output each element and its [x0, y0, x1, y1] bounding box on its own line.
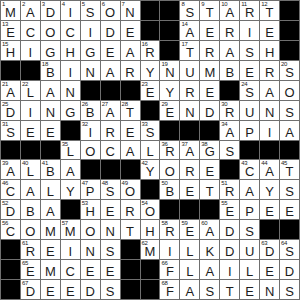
cell-letter: C [26, 26, 35, 39]
black-cell [121, 240, 140, 259]
cell-letter: A [46, 86, 55, 99]
grid-cell[interactable]: N [81, 61, 100, 80]
grid-cell[interactable]: N [81, 240, 100, 259]
grid-cell[interactable]: C [101, 141, 120, 160]
cell-letter: Y [265, 185, 274, 198]
cell-letter: E [245, 66, 254, 79]
clue-number: 21 [2, 81, 8, 88]
cell-letter: L [47, 185, 54, 198]
grid-cell[interactable]: R [121, 200, 140, 219]
cell-letter: Y [146, 66, 155, 79]
grid-cell[interactable]: 55E [220, 200, 239, 219]
cell-letter: E [245, 285, 254, 298]
grid-cell[interactable]: 43C [240, 160, 259, 179]
grid-cell[interactable]: O [21, 220, 40, 239]
grid-cell[interactable]: E [240, 280, 259, 299]
grid-cell[interactable]: T [220, 280, 239, 299]
grid-cell[interactable]: T [121, 220, 140, 239]
grid-cell[interactable]: 30R [220, 101, 239, 120]
cell-letter: O [25, 225, 35, 238]
clue-number: 32 [82, 121, 88, 128]
cell-letter: I [248, 26, 252, 39]
grid-cell[interactable]: S [280, 180, 299, 199]
grid-cell[interactable]: H [260, 41, 279, 60]
grid-cell[interactable]: R [180, 81, 199, 100]
grid-cell[interactable]: Y [61, 180, 80, 199]
cell-letter: R [125, 205, 134, 218]
grid-cell[interactable]: 33S [141, 121, 160, 140]
grid-cell[interactable]: A [121, 41, 140, 60]
grid-cell[interactable]: N [180, 101, 199, 120]
grid-cell[interactable]: 26B [81, 101, 100, 120]
cell-letter: E [46, 126, 55, 139]
cell-letter: A [245, 185, 254, 198]
black-cell [220, 160, 239, 179]
grid-cell[interactable]: 23E [141, 81, 160, 100]
black-cell [1, 61, 20, 80]
grid-cell[interactable]: 48S [101, 180, 120, 199]
grid-cell[interactable]: 63D [260, 240, 279, 259]
clue-number: 27 [102, 101, 108, 108]
cell-letter: G [65, 106, 75, 119]
grid-cell[interactable]: 34A [220, 121, 239, 140]
grid-cell[interactable]: U [180, 61, 199, 80]
grid-cell[interactable]: 67D [21, 280, 40, 299]
grid-cell[interactable]: D [101, 21, 120, 40]
grid-cell[interactable]: E [200, 160, 219, 179]
cell-letter: T [226, 285, 234, 298]
clue-number: 6 [102, 1, 105, 8]
cell-letter: R [105, 126, 114, 139]
grid-cell[interactable]: E [260, 21, 279, 40]
cell-letter: A [66, 165, 75, 178]
grid-cell[interactable]: 50B [160, 180, 179, 199]
cell-letter: G [85, 46, 95, 59]
cell-letter: C [66, 265, 75, 278]
grid-cell[interactable]: 35L [61, 141, 80, 160]
grid-cell[interactable]: 38G [200, 141, 219, 160]
grid-cell[interactable]: R [121, 61, 140, 80]
grid-cell[interactable]: E [101, 260, 120, 279]
clue-number: 4 [62, 1, 65, 8]
grid-cell[interactable]: L [41, 180, 60, 199]
grid-cell[interactable]: I [240, 21, 259, 40]
grid-cell[interactable]: 56C [1, 220, 20, 239]
grid-cell[interactable]: E [260, 260, 279, 279]
grid-cell[interactable]: G [81, 41, 100, 60]
grid-cell[interactable]: 1M [1, 1, 20, 20]
grid-cell[interactable]: G [41, 41, 60, 60]
cell-letter: D [225, 225, 234, 238]
grid-cell[interactable]: N [260, 280, 279, 299]
grid-cell[interactable]: K [200, 240, 219, 259]
cell-letter: A [26, 185, 35, 198]
clue-number: 66 [161, 260, 167, 267]
cell-letter: D [285, 265, 294, 278]
cell-letter: E [86, 265, 95, 278]
grid-cell[interactable]: S [240, 41, 259, 60]
grid-cell[interactable]: E [41, 240, 60, 259]
black-cell [141, 280, 160, 299]
grid-cell[interactable]: B [21, 200, 40, 219]
cell-letter: R [265, 66, 274, 79]
cell-letter: S [225, 145, 234, 158]
clue-number: 26 [82, 101, 88, 108]
grid-cell[interactable]: M [200, 61, 219, 80]
grid-cell[interactable]: 9T [200, 1, 219, 20]
cell-letter: H [66, 46, 75, 59]
grid-cell[interactable]: U [240, 240, 259, 259]
clue-number: 50 [161, 180, 167, 187]
black-cell [160, 200, 179, 219]
grid-cell[interactable]: N [260, 101, 279, 120]
grid-cell[interactable]: I [260, 121, 279, 140]
grid-cell[interactable]: E [101, 41, 120, 60]
grid-cell[interactable]: S [240, 220, 259, 239]
grid-cell[interactable]: 5S [81, 1, 100, 20]
black-cell [61, 121, 80, 140]
clue-number: 42 [142, 160, 148, 167]
grid-cell[interactable]: I [21, 41, 40, 60]
cell-letter: M [45, 265, 56, 278]
black-cell [121, 280, 140, 299]
clue-number: 41 [42, 160, 48, 167]
grid-cell[interactable]: E [41, 280, 60, 299]
grid-cell[interactable]: 51R [220, 180, 239, 199]
cell-letter: E [66, 285, 75, 298]
grid-cell[interactable]: E [200, 21, 219, 40]
cell-letter: T [206, 6, 214, 19]
clue-number: 61 [22, 240, 28, 247]
grid-cell[interactable]: E [180, 180, 199, 199]
black-cell [260, 141, 279, 160]
grid-cell[interactable]: E [240, 61, 259, 80]
grid-cell[interactable]: A [41, 81, 60, 100]
grid-cell[interactable]: 52D [1, 200, 20, 219]
grid-cell[interactable]: I [81, 21, 100, 40]
grid-cell[interactable]: 42Y [141, 160, 160, 179]
cell-letter: D [225, 245, 234, 258]
cell-letter: T [126, 225, 134, 238]
grid-cell[interactable]: S [200, 280, 219, 299]
grid-cell[interactable]: A [180, 280, 199, 299]
grid-cell[interactable]: 62M [141, 240, 160, 259]
grid-cell[interactable]: 12T [260, 1, 279, 20]
cell-letter: D [85, 285, 94, 298]
grid-cell[interactable]: D [200, 101, 219, 120]
black-cell [21, 141, 40, 160]
grid-cell[interactable]: E [101, 200, 120, 219]
grid-cell[interactable]: M [41, 220, 60, 239]
black-cell [260, 220, 279, 239]
clue-number: 59 [181, 220, 187, 227]
grid-cell[interactable]: S [280, 101, 299, 120]
grid-cell[interactable]: 57M [61, 220, 80, 239]
grid-cell[interactable]: A [220, 41, 239, 60]
grid-cell[interactable]: A [121, 141, 140, 160]
grid-cell[interactable]: 54O [141, 200, 160, 219]
grid-cell[interactable]: C [61, 21, 80, 40]
grid-cell[interactable]: 53H [81, 200, 100, 219]
clue-number: 22 [22, 81, 28, 88]
clue-number: 23 [142, 81, 148, 88]
cell-letter: A [265, 86, 274, 99]
cell-letter: I [88, 26, 92, 39]
grid-cell[interactable]: T [200, 180, 219, 199]
grid-cell[interactable]: 22L [21, 81, 40, 100]
cell-letter: U [245, 106, 254, 119]
grid-cell[interactable]: 39A [1, 160, 20, 179]
grid-cell[interactable]: 16R [141, 41, 160, 60]
grid-cell[interactable]: R [220, 21, 239, 40]
grid-cell[interactable]: P [240, 200, 259, 219]
grid-cell[interactable]: 61R [21, 240, 40, 259]
cell-letter: A [126, 145, 135, 158]
grid-cell[interactable]: 13E [1, 21, 20, 40]
grid-cell[interactable]: 44A [260, 160, 279, 179]
cell-letter: M [5, 6, 16, 19]
clue-number: 65 [22, 260, 28, 267]
grid-cell[interactable]: N [41, 101, 60, 120]
grid-cell[interactable]: O [41, 21, 60, 40]
black-cell [121, 160, 140, 179]
grid-cell[interactable]: 4I [61, 1, 80, 20]
black-cell [141, 101, 160, 120]
cell-letter: E [106, 205, 115, 218]
cell-letter: I [68, 66, 72, 79]
black-cell [280, 1, 299, 20]
clue-number: 18 [42, 61, 48, 68]
grid-cell[interactable]: 29E [160, 101, 179, 120]
cell-letter: D [105, 26, 114, 39]
cell-letter: I [68, 6, 72, 19]
grid-cell[interactable]: Y [141, 61, 160, 80]
grid-cell[interactable]: L [180, 240, 199, 259]
clue-number: 67 [22, 280, 28, 287]
grid-cell[interactable]: E [260, 200, 279, 219]
grid-cell[interactable]: A [101, 61, 120, 80]
grid-cell[interactable]: 31S [1, 121, 20, 140]
cell-letter: K [205, 245, 214, 258]
clue-number: 37 [181, 141, 187, 148]
black-cell [141, 1, 160, 20]
grid-cell[interactable]: S [101, 280, 120, 299]
grid-cell[interactable]: 68F [160, 280, 179, 299]
grid-cell[interactable]: 7N [121, 1, 140, 20]
grid-cell[interactable]: 20S [280, 61, 299, 80]
cell-letter: S [186, 6, 195, 19]
cell-letter: O [45, 26, 55, 39]
cell-letter: N [125, 6, 134, 19]
grid-cell[interactable]: A [61, 160, 80, 179]
grid-cell[interactable]: S [220, 141, 239, 160]
grid-cell[interactable]: C [21, 21, 40, 40]
black-cell [280, 141, 299, 160]
grid-cell[interactable]: 10A [220, 1, 239, 20]
grid-cell[interactable]: 6O [101, 1, 120, 20]
cell-letter: O [85, 225, 95, 238]
grid-cell[interactable]: I [21, 101, 40, 120]
cell-letter: R [225, 26, 234, 39]
grid-cell[interactable]: 59E [180, 220, 199, 239]
grid-cell[interactable]: A [240, 180, 259, 199]
grid-cell[interactable]: 64S [280, 240, 299, 259]
grid-cell[interactable]: 47P [81, 180, 100, 199]
grid-cell[interactable]: I [160, 240, 179, 259]
grid-cell[interactable]: O [81, 220, 100, 239]
clue-number: 28 [122, 101, 128, 108]
grid-cell[interactable]: 8S [180, 1, 199, 20]
clue-number: 16 [142, 41, 148, 48]
grid-cell[interactable]: E [81, 260, 100, 279]
cell-letter: N [85, 245, 94, 258]
grid-cell[interactable]: H [61, 41, 80, 60]
grid-cell[interactable]: L [240, 260, 259, 279]
black-cell [41, 141, 60, 160]
grid-cell[interactable]: M [41, 260, 60, 279]
clue-number: 38 [201, 141, 207, 148]
cell-letter: S [205, 285, 214, 298]
grid-cell[interactable]: E [280, 200, 299, 219]
grid-cell[interactable]: 24S [240, 81, 259, 100]
grid-cell[interactable]: D [220, 240, 239, 259]
black-cell [160, 21, 179, 40]
black-cell [160, 1, 179, 20]
grid-cell[interactable]: 36R [160, 141, 179, 160]
grid-cell[interactable]: A [41, 200, 60, 219]
cell-letter: E [205, 165, 214, 178]
grid-cell[interactable]: N [61, 81, 80, 100]
grid-cell[interactable]: O [160, 160, 179, 179]
grid-cell[interactable]: E [121, 21, 140, 40]
grid-cell[interactable]: R [180, 160, 199, 179]
grid-cell[interactable]: 18B [41, 61, 60, 80]
cell-letter: P [245, 126, 254, 139]
grid-cell[interactable]: A [280, 121, 299, 140]
grid-cell[interactable]: E [61, 280, 80, 299]
grid-cell[interactable]: 2A [21, 1, 40, 20]
grid-cell[interactable]: Y [260, 180, 279, 199]
grid-cell[interactable]: 25D [1, 101, 20, 120]
black-cell [61, 200, 80, 219]
grid-cell[interactable]: 45T [280, 160, 299, 179]
grid-cell[interactable]: O [280, 81, 299, 100]
grid-cell[interactable]: I [61, 240, 80, 259]
cell-letter: A [225, 46, 234, 59]
grid-cell[interactable]: S [280, 280, 299, 299]
grid-cell[interactable]: D [220, 220, 239, 239]
grid-cell[interactable]: A [200, 260, 219, 279]
crossword-grid: 1M2A3D4I5S6O7N8S9T10A11R12T13ECOCIDE14AE… [0, 0, 300, 300]
grid-cell[interactable]: L [141, 141, 160, 160]
cell-letter: I [29, 46, 33, 59]
grid-cell[interactable]: S [101, 240, 120, 259]
grid-cell[interactable]: C [61, 260, 80, 279]
grid-cell[interactable]: E [121, 121, 140, 140]
grid-cell[interactable]: E [21, 121, 40, 140]
grid-cell[interactable]: D [280, 260, 299, 279]
clue-number: 54 [142, 200, 148, 207]
grid-cell[interactable]: 49O [121, 180, 140, 199]
clue-number: 52 [2, 200, 8, 207]
grid-cell[interactable]: L [180, 260, 199, 279]
grid-cell[interactable]: 58R [160, 220, 179, 239]
grid-cell[interactable]: 41B [41, 160, 60, 179]
clue-number: 47 [82, 180, 88, 187]
grid-cell[interactable]: 40L [21, 160, 40, 179]
clue-number: 56 [2, 220, 8, 227]
grid-cell[interactable]: 37A [180, 141, 199, 160]
grid-cell[interactable]: 19N [160, 61, 179, 80]
grid-cell[interactable]: A [260, 81, 279, 100]
grid-cell[interactable]: U [240, 101, 259, 120]
grid-cell[interactable]: B [220, 61, 239, 80]
grid-cell[interactable]: 21A [1, 81, 20, 100]
black-cell [121, 81, 140, 100]
cell-letter: S [285, 185, 294, 198]
grid-cell[interactable]: E [41, 121, 60, 140]
grid-cell[interactable]: N [101, 220, 120, 239]
grid-cell[interactable]: 11R [240, 1, 259, 20]
clue-number: 39 [2, 160, 8, 167]
grid-cell[interactable]: R [260, 61, 279, 80]
grid-cell[interactable]: 3D [41, 1, 60, 20]
grid-cell[interactable]: P [240, 121, 259, 140]
black-cell [280, 220, 299, 239]
grid-cell[interactable]: O [81, 141, 100, 160]
grid-cell[interactable]: 14A [180, 21, 199, 40]
cell-letter: E [26, 126, 35, 139]
grid-cell[interactable]: 15H [1, 41, 20, 60]
grid-cell[interactable]: R [200, 41, 219, 60]
cell-letter: N [105, 225, 114, 238]
black-cell [220, 81, 239, 100]
clue-number: 57 [62, 220, 68, 227]
clue-number: 62 [142, 240, 148, 247]
grid-cell[interactable]: 27A [101, 101, 120, 120]
grid-cell[interactable]: G [61, 101, 80, 120]
cell-letter: C [66, 26, 75, 39]
grid-cell[interactable]: 32I [81, 121, 100, 140]
cell-letter: S [106, 285, 115, 298]
clue-number: 25 [2, 101, 8, 108]
clue-number: 68 [161, 280, 167, 287]
cell-letter: O [284, 86, 294, 99]
grid-cell[interactable]: Y [160, 81, 179, 100]
grid-cell[interactable]: R [101, 121, 120, 140]
grid-cell[interactable]: 65E [21, 260, 40, 279]
grid-cell[interactable]: 66F [160, 260, 179, 279]
grid-cell[interactable]: D [81, 280, 100, 299]
cell-letter: O [105, 6, 115, 19]
cell-letter: E [205, 86, 214, 99]
grid-cell[interactable]: 17T [180, 41, 199, 60]
grid-cell[interactable]: E [200, 81, 219, 100]
clue-number: 8 [181, 1, 184, 8]
black-cell [1, 141, 20, 160]
grid-cell[interactable]: I [220, 260, 239, 279]
grid-cell[interactable]: 46C [1, 180, 20, 199]
black-cell [101, 160, 120, 179]
grid-cell[interactable]: H [141, 220, 160, 239]
grid-cell[interactable]: A [21, 180, 40, 199]
cell-letter: S [106, 245, 115, 258]
clue-number: 13 [2, 21, 8, 28]
grid-cell[interactable]: 28T [121, 101, 140, 120]
black-cell [160, 41, 179, 60]
grid-cell[interactable]: I [61, 61, 80, 80]
grid-cell[interactable]: 60A [200, 220, 219, 239]
